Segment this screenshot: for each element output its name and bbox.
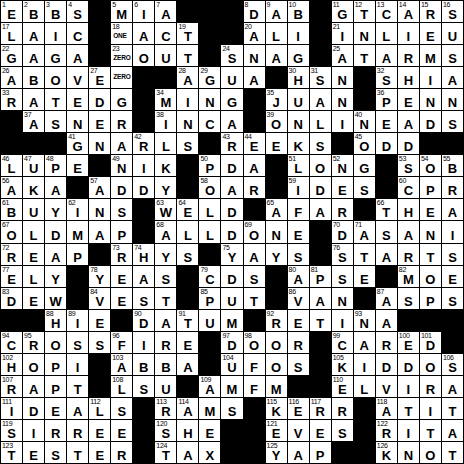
- cell-r10c16[interactable]: R: [332, 199, 353, 220]
- cell-r20c19[interactable]: I: [398, 420, 419, 441]
- cell-r16c1[interactable]: 94C: [1, 332, 22, 353]
- cell-r5c3[interactable]: T: [45, 89, 66, 110]
- cell-r2c19[interactable]: I: [398, 23, 419, 44]
- cell-r19c19[interactable]: T: [398, 398, 419, 419]
- cell-r11c6[interactable]: P: [111, 221, 132, 242]
- cell-r4c18[interactable]: 32S: [376, 67, 397, 88]
- cell-r17c19[interactable]: D: [398, 354, 419, 375]
- cell-r8c10[interactable]: 50P: [199, 155, 220, 176]
- cell-r3c6[interactable]: 23ZERO: [111, 45, 132, 66]
- cell-r4c20[interactable]: I: [420, 67, 441, 88]
- cell-r6c16[interactable]: I: [332, 111, 353, 132]
- cell-r14c7[interactable]: S: [133, 288, 154, 309]
- cell-r13c11[interactable]: D: [221, 266, 242, 287]
- cell-r13c1[interactable]: 77E: [1, 266, 22, 287]
- cell-r17c2[interactable]: O: [23, 354, 44, 375]
- cell-r20c20[interactable]: T: [420, 420, 441, 441]
- cell-r6c5[interactable]: E: [89, 111, 110, 132]
- cell-r12c3[interactable]: A: [45, 244, 66, 265]
- cell-r17c9[interactable]: A: [177, 354, 198, 375]
- cell-r13c15[interactable]: 81P: [310, 266, 331, 287]
- cell-r3c9[interactable]: T: [177, 45, 198, 66]
- cell-r20c6[interactable]: E: [111, 420, 132, 441]
- cell-r8c17[interactable]: G: [354, 155, 375, 176]
- cell-r17c1[interactable]: 102H: [1, 354, 22, 375]
- cell-r10c5[interactable]: N: [89, 199, 110, 220]
- cell-r21c3[interactable]: S: [45, 442, 66, 463]
- cell-r10c21[interactable]: A: [442, 199, 463, 220]
- cell-r11c8[interactable]: 68A: [155, 221, 176, 242]
- cell-r13c6[interactable]: E: [111, 266, 132, 287]
- cell-r1c3[interactable]: 3B: [45, 1, 66, 22]
- cell-r7c12[interactable]: 44E: [244, 133, 265, 154]
- cell-r11c21[interactable]: I: [442, 221, 463, 242]
- cell-r5c15[interactable]: A: [310, 89, 331, 110]
- cell-r13c14[interactable]: 80A: [288, 266, 309, 287]
- cell-r16c17[interactable]: A: [354, 332, 375, 353]
- cell-r5c9[interactable]: I: [177, 89, 198, 110]
- cell-r21c18[interactable]: 126K: [376, 442, 397, 463]
- cell-r15c17[interactable]: 93N: [354, 310, 375, 331]
- cell-r2c9[interactable]: 19T: [177, 23, 198, 44]
- cell-r1c13[interactable]: 9A: [266, 1, 287, 22]
- cell-r20c16[interactable]: S: [332, 420, 353, 441]
- cell-r1c14[interactable]: 10B: [288, 1, 309, 22]
- cell-r10c14[interactable]: F: [288, 199, 309, 220]
- cell-r7c13[interactable]: E: [266, 133, 287, 154]
- cell-r14c20[interactable]: P: [420, 288, 441, 309]
- cell-r5c14[interactable]: U: [288, 89, 309, 110]
- cell-r3c8[interactable]: U: [155, 45, 176, 66]
- cell-r7c11[interactable]: 43R: [221, 133, 242, 154]
- cell-r8c3[interactable]: 48P: [45, 155, 66, 176]
- cell-r10c11[interactable]: D: [221, 199, 242, 220]
- cell-r19c15[interactable]: 117R: [310, 398, 331, 419]
- cell-r8c19[interactable]: 53S: [398, 155, 419, 176]
- cell-r16c4[interactable]: S: [67, 332, 88, 353]
- cell-r9c6[interactable]: D: [111, 177, 132, 198]
- cell-r13c2[interactable]: L: [23, 266, 44, 287]
- cell-r4c11[interactable]: U: [221, 67, 242, 88]
- cell-r5c8[interactable]: 34M: [155, 89, 176, 110]
- cell-r13c19[interactable]: 82M: [398, 266, 419, 287]
- cell-r17c16[interactable]: 105K: [332, 354, 353, 375]
- cell-r3c4[interactable]: A: [67, 45, 88, 66]
- cell-r18c6[interactable]: 108L: [111, 376, 132, 397]
- cell-r15c11[interactable]: M: [221, 310, 242, 331]
- cell-r15c16[interactable]: I: [332, 310, 353, 331]
- cell-r19c14[interactable]: 116E: [288, 398, 309, 419]
- cell-r12c12[interactable]: A: [244, 244, 265, 265]
- cell-r9c10[interactable]: 58O: [199, 177, 220, 198]
- cell-r1c7[interactable]: 6I: [133, 1, 154, 22]
- cell-r12c17[interactable]: T: [354, 244, 375, 265]
- cell-r10c2[interactable]: U: [23, 199, 44, 220]
- cell-r9c2[interactable]: K: [23, 177, 44, 198]
- cell-r2c6[interactable]: 18ONE: [111, 23, 132, 44]
- cell-r18c10[interactable]: 109A: [199, 376, 220, 397]
- cell-r9c15[interactable]: D: [310, 177, 331, 198]
- cell-r19c5[interactable]: 112L: [89, 398, 110, 419]
- cell-r8c1[interactable]: 46L: [1, 155, 22, 176]
- cell-r15c8[interactable]: A: [155, 310, 176, 331]
- cell-r15c9[interactable]: 91T: [177, 310, 198, 331]
- cell-r6c20[interactable]: D: [420, 111, 441, 132]
- cell-r9c7[interactable]: D: [133, 177, 154, 198]
- cell-r17c18[interactable]: D: [376, 354, 397, 375]
- cell-r17c7[interactable]: B: [133, 354, 154, 375]
- cell-r16c13[interactable]: O: [266, 332, 287, 353]
- cell-r19c9[interactable]: 114A: [177, 398, 198, 419]
- cell-r14c3[interactable]: W: [45, 288, 66, 309]
- cell-r14c10[interactable]: 85P: [199, 288, 220, 309]
- cell-r7c4[interactable]: 41G: [67, 133, 88, 154]
- cell-r6c2[interactable]: 37A: [23, 111, 44, 132]
- cell-r7c18[interactable]: D: [376, 133, 397, 154]
- cell-r19c8[interactable]: 113R: [155, 398, 176, 419]
- cell-r18c13[interactable]: M: [266, 376, 287, 397]
- cell-r19c16[interactable]: R: [332, 398, 353, 419]
- cell-r3c20[interactable]: M: [420, 45, 441, 66]
- cell-r16c5[interactable]: S: [89, 332, 110, 353]
- cell-r1c8[interactable]: 7A: [155, 1, 176, 22]
- cell-r18c16[interactable]: 110E: [332, 376, 353, 397]
- cell-r3c21[interactable]: S: [442, 45, 463, 66]
- cell-r4c21[interactable]: A: [442, 67, 463, 88]
- cell-r3c14[interactable]: G: [288, 45, 309, 66]
- cell-r21c13[interactable]: 125Y: [266, 442, 287, 463]
- cell-r1c2[interactable]: 2B: [23, 1, 44, 22]
- cell-r6c15[interactable]: L: [310, 111, 331, 132]
- cell-r14c6[interactable]: E: [111, 288, 132, 309]
- cell-r13c10[interactable]: 79C: [199, 266, 220, 287]
- cell-r17c20[interactable]: O: [420, 354, 441, 375]
- cell-r12c14[interactable]: S: [288, 244, 309, 265]
- cell-r6c4[interactable]: N: [67, 111, 88, 132]
- cell-r12c16[interactable]: 76S: [332, 244, 353, 265]
- cell-r16c3[interactable]: O: [45, 332, 66, 353]
- cell-r18c17[interactable]: L: [354, 376, 375, 397]
- cell-r19c2[interactable]: D: [23, 398, 44, 419]
- cell-r20c14[interactable]: V: [288, 420, 309, 441]
- cell-r11c9[interactable]: L: [177, 221, 198, 242]
- cell-r6c19[interactable]: A: [398, 111, 419, 132]
- cell-r21c15[interactable]: P: [310, 442, 331, 463]
- cell-r6c13[interactable]: 39O: [266, 111, 287, 132]
- cell-r16c6[interactable]: 96F: [111, 332, 132, 353]
- cell-r19c3[interactable]: E: [45, 398, 66, 419]
- cell-r16c9[interactable]: E: [177, 332, 198, 353]
- cell-r8c4[interactable]: E: [67, 155, 88, 176]
- cell-r16c11[interactable]: 97D: [221, 332, 242, 353]
- cell-r18c7[interactable]: S: [133, 376, 154, 397]
- cell-r1c4[interactable]: 4S: [67, 1, 88, 22]
- cell-r15c13[interactable]: 92R: [266, 310, 287, 331]
- cell-r2c12[interactable]: 20A: [244, 23, 265, 44]
- cell-r20c10[interactable]: E: [199, 420, 220, 441]
- cell-r20c8[interactable]: 120S: [155, 420, 176, 441]
- cell-r6c8[interactable]: 38I: [155, 111, 176, 132]
- cell-r1c20[interactable]: 15R: [420, 1, 441, 22]
- cell-r17c17[interactable]: I: [354, 354, 375, 375]
- cell-r14c21[interactable]: S: [442, 288, 463, 309]
- cell-r16c19[interactable]: 100E: [398, 332, 419, 353]
- cell-r13c21[interactable]: E: [442, 266, 463, 287]
- cell-r4c14[interactable]: 30H: [288, 67, 309, 88]
- cell-r13c20[interactable]: O: [420, 266, 441, 287]
- cell-r8c6[interactable]: 49N: [111, 155, 132, 176]
- cell-r4c2[interactable]: B: [23, 67, 44, 88]
- cell-r21c8[interactable]: 124T: [155, 442, 176, 463]
- cell-r1c1[interactable]: 1E: [1, 1, 22, 22]
- cell-r5c21[interactable]: N: [442, 89, 463, 110]
- cell-r2c21[interactable]: U: [442, 23, 463, 44]
- cell-r4c5[interactable]: 27E: [89, 67, 110, 88]
- cell-r3c11[interactable]: 24S: [221, 45, 242, 66]
- cell-r7c5[interactable]: N: [89, 133, 110, 154]
- cell-r8c8[interactable]: K: [155, 155, 176, 176]
- cell-r12c4[interactable]: P: [67, 244, 88, 265]
- cell-r7c8[interactable]: L: [155, 133, 176, 154]
- cell-r11c12[interactable]: 69O: [244, 221, 265, 242]
- cell-r8c2[interactable]: 47U: [23, 155, 44, 176]
- cell-r20c4[interactable]: R: [67, 420, 88, 441]
- cell-r21c5[interactable]: E: [89, 442, 110, 463]
- cell-r11c14[interactable]: E: [288, 221, 309, 242]
- cell-r14c5[interactable]: 84V: [89, 288, 110, 309]
- cell-r10c20[interactable]: E: [420, 199, 441, 220]
- cell-r10c4[interactable]: 62I: [67, 199, 88, 220]
- cell-r3c7[interactable]: O: [133, 45, 154, 66]
- cell-r15c7[interactable]: 90D: [133, 310, 154, 331]
- cell-r19c6[interactable]: S: [111, 398, 132, 419]
- cell-r11c10[interactable]: L: [199, 221, 220, 242]
- cell-r18c11[interactable]: M: [221, 376, 242, 397]
- cell-r2c4[interactable]: C: [67, 23, 88, 44]
- cell-r14c15[interactable]: A: [310, 288, 331, 309]
- cell-r1c21[interactable]: 16S: [442, 1, 463, 22]
- cell-r18c19[interactable]: I: [398, 376, 419, 397]
- cell-r16c14[interactable]: R: [288, 332, 309, 353]
- cell-r5c11[interactable]: G: [221, 89, 242, 110]
- cell-r3c13[interactable]: A: [266, 45, 287, 66]
- cell-r19c10[interactable]: M: [199, 398, 220, 419]
- cell-r7c17[interactable]: 45O: [354, 133, 375, 154]
- cell-r11c18[interactable]: S: [376, 221, 397, 242]
- cell-r1c17[interactable]: 12T: [354, 1, 375, 22]
- cell-r7c19[interactable]: D: [398, 133, 419, 154]
- cell-r9c19[interactable]: 60C: [398, 177, 419, 198]
- cell-r20c18[interactable]: 122R: [376, 420, 397, 441]
- cell-r12c20[interactable]: T: [420, 244, 441, 265]
- cell-r1c12[interactable]: 8D: [244, 1, 265, 22]
- cell-r14c2[interactable]: E: [23, 288, 44, 309]
- cell-r3c18[interactable]: A: [376, 45, 397, 66]
- cell-r19c18[interactable]: 118A: [376, 398, 397, 419]
- cell-r10c9[interactable]: 64E: [177, 199, 198, 220]
- cell-r16c18[interactable]: R: [376, 332, 397, 353]
- cell-r11c16[interactable]: 70D: [332, 221, 353, 242]
- cell-r6c9[interactable]: N: [177, 111, 198, 132]
- cell-r8c21[interactable]: 55B: [442, 155, 463, 176]
- cell-r12c9[interactable]: S: [177, 244, 198, 265]
- cell-r8c20[interactable]: 54O: [420, 155, 441, 176]
- cell-r3c19[interactable]: R: [398, 45, 419, 66]
- cell-r3c1[interactable]: 22G: [1, 45, 22, 66]
- cell-r19c1[interactable]: 111I: [1, 398, 22, 419]
- cell-r21c2[interactable]: E: [23, 442, 44, 463]
- cell-r7c14[interactable]: K: [288, 133, 309, 154]
- cell-r20c2[interactable]: I: [23, 420, 44, 441]
- cell-r5c13[interactable]: 35J: [266, 89, 287, 110]
- cell-r16c8[interactable]: R: [155, 332, 176, 353]
- cell-r14c8[interactable]: T: [155, 288, 176, 309]
- cell-r3c17[interactable]: T: [354, 45, 375, 66]
- cell-r4c9[interactable]: 28A: [177, 67, 198, 88]
- cell-r2c17[interactable]: N: [354, 23, 375, 44]
- cell-r11c11[interactable]: D: [221, 221, 242, 242]
- cell-r21c6[interactable]: R: [111, 442, 132, 463]
- cell-r15c10[interactable]: U: [199, 310, 220, 331]
- cell-r5c1[interactable]: 33R: [1, 89, 22, 110]
- cell-r3c12[interactable]: N: [244, 45, 265, 66]
- cell-r18c12[interactable]: F: [244, 376, 265, 397]
- cell-r21c19[interactable]: N: [398, 442, 419, 463]
- cell-r11c3[interactable]: D: [45, 221, 66, 242]
- cell-r6c18[interactable]: E: [376, 111, 397, 132]
- cell-r15c4[interactable]: 89I: [67, 310, 88, 331]
- cell-r19c4[interactable]: A: [67, 398, 88, 419]
- cell-r12c7[interactable]: 74H: [133, 244, 154, 265]
- cell-r9c3[interactable]: A: [45, 177, 66, 198]
- cell-r1c18[interactable]: 13C: [376, 1, 397, 22]
- cell-r18c4[interactable]: T: [67, 376, 88, 397]
- cell-r18c2[interactable]: A: [23, 376, 44, 397]
- cell-r11c5[interactable]: A: [89, 221, 110, 242]
- cell-r10c6[interactable]: S: [111, 199, 132, 220]
- cell-r16c16[interactable]: 99C: [332, 332, 353, 353]
- cell-r3c16[interactable]: 25A: [332, 45, 353, 66]
- cell-r5c18[interactable]: 36P: [376, 89, 397, 110]
- cell-r1c19[interactable]: 14A: [398, 1, 419, 22]
- cell-r6c11[interactable]: A: [221, 111, 242, 132]
- cell-r21c20[interactable]: O: [420, 442, 441, 463]
- cell-r11c4[interactable]: M: [67, 221, 88, 242]
- cell-r17c6[interactable]: 103A: [111, 354, 132, 375]
- cell-r15c5[interactable]: E: [89, 310, 110, 331]
- cell-r6c6[interactable]: R: [111, 111, 132, 132]
- cell-r11c1[interactable]: 67O: [1, 221, 22, 242]
- cell-r8c14[interactable]: 51L: [288, 155, 309, 176]
- cell-r2c20[interactable]: E: [420, 23, 441, 44]
- cell-r9c21[interactable]: R: [442, 177, 463, 198]
- cell-r16c20[interactable]: 101D: [420, 332, 441, 353]
- cell-r12c6[interactable]: 73R: [111, 244, 132, 265]
- cell-r18c21[interactable]: A: [442, 376, 463, 397]
- cell-r12c11[interactable]: 75Y: [221, 244, 242, 265]
- cell-r13c7[interactable]: A: [133, 266, 154, 287]
- cell-r10c3[interactable]: Y: [45, 199, 66, 220]
- cell-r11c2[interactable]: L: [23, 221, 44, 242]
- cell-r19c20[interactable]: I: [420, 398, 441, 419]
- cell-r10c1[interactable]: 61B: [1, 199, 22, 220]
- cell-r2c1[interactable]: 17L: [1, 23, 22, 44]
- cell-r20c9[interactable]: H: [177, 420, 198, 441]
- cell-r20c21[interactable]: A: [442, 420, 463, 441]
- cell-r7c15[interactable]: S: [310, 133, 331, 154]
- cell-r21c21[interactable]: T: [442, 442, 463, 463]
- cell-r13c5[interactable]: 78Y: [89, 266, 110, 287]
- cell-r8c7[interactable]: I: [133, 155, 154, 176]
- cell-r8c11[interactable]: D: [221, 155, 242, 176]
- cell-r9c17[interactable]: S: [354, 177, 375, 198]
- cell-r20c3[interactable]: R: [45, 420, 66, 441]
- cell-r18c1[interactable]: 107R: [1, 376, 22, 397]
- cell-r18c18[interactable]: V: [376, 376, 397, 397]
- cell-r4c16[interactable]: N: [332, 67, 353, 88]
- cell-r19c11[interactable]: S: [221, 398, 242, 419]
- cell-r21c4[interactable]: T: [67, 442, 88, 463]
- cell-r12c13[interactable]: Y: [266, 244, 287, 265]
- cell-r11c13[interactable]: N: [266, 221, 287, 242]
- cell-r5c16[interactable]: N: [332, 89, 353, 110]
- cell-r20c5[interactable]: E: [89, 420, 110, 441]
- cell-r12c1[interactable]: 72R: [1, 244, 22, 265]
- cell-r6c10[interactable]: C: [199, 111, 220, 132]
- cell-r17c4[interactable]: I: [67, 354, 88, 375]
- cell-r11c17[interactable]: 71A: [354, 221, 375, 242]
- cell-r13c16[interactable]: S: [332, 266, 353, 287]
- cell-r17c21[interactable]: 106S: [442, 354, 463, 375]
- cell-r5c10[interactable]: N: [199, 89, 220, 110]
- cell-r10c15[interactable]: A: [310, 199, 331, 220]
- cell-r5c20[interactable]: N: [420, 89, 441, 110]
- cell-r20c13[interactable]: 121E: [266, 420, 287, 441]
- cell-r12c2[interactable]: E: [23, 244, 44, 265]
- cell-r17c3[interactable]: P: [45, 354, 66, 375]
- cell-r17c11[interactable]: 104U: [221, 354, 242, 375]
- cell-r10c19[interactable]: H: [398, 199, 419, 220]
- cell-r12c8[interactable]: Y: [155, 244, 176, 265]
- cell-r11c20[interactable]: N: [420, 221, 441, 242]
- cell-r9c8[interactable]: Y: [155, 177, 176, 198]
- cell-r6c3[interactable]: S: [45, 111, 66, 132]
- cell-r16c7[interactable]: I: [133, 332, 154, 353]
- cell-r14c14[interactable]: 86V: [288, 288, 309, 309]
- cell-r17c12[interactable]: F: [244, 354, 265, 375]
- cell-r18c8[interactable]: U: [155, 376, 176, 397]
- cell-r5c4[interactable]: E: [67, 89, 88, 110]
- cell-r2c13[interactable]: L: [266, 23, 287, 44]
- cell-r13c12[interactable]: S: [244, 266, 265, 287]
- cell-r2c3[interactable]: I: [45, 23, 66, 44]
- cell-r21c10[interactable]: X: [199, 442, 220, 463]
- cell-r5c19[interactable]: E: [398, 89, 419, 110]
- cell-r9c12[interactable]: R: [244, 177, 265, 198]
- cell-r10c10[interactable]: L: [199, 199, 220, 220]
- cell-r9c20[interactable]: P: [420, 177, 441, 198]
- cell-r20c15[interactable]: E: [310, 420, 331, 441]
- cell-r2c16[interactable]: 21I: [332, 23, 353, 44]
- cell-r17c8[interactable]: B: [155, 354, 176, 375]
- cell-r8c16[interactable]: 52N: [332, 155, 353, 176]
- cell-r11c19[interactable]: A: [398, 221, 419, 242]
- cell-r21c14[interactable]: A: [288, 442, 309, 463]
- cell-r6c14[interactable]: N: [288, 111, 309, 132]
- cell-r14c19[interactable]: S: [398, 288, 419, 309]
- cell-r12c19[interactable]: R: [398, 244, 419, 265]
- cell-r2c8[interactable]: C: [155, 23, 176, 44]
